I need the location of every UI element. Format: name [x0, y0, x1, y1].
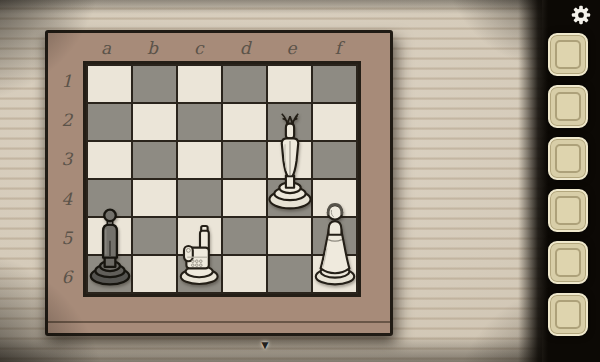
piece-dark-man[interactable] — [87, 200, 133, 286]
file-label-c: c — [176, 34, 222, 61]
inventory-slot-6[interactable] — [548, 293, 588, 336]
square-d4[interactable] — [223, 180, 266, 216]
square-d3[interactable] — [223, 142, 266, 178]
square-a6[interactable] — [88, 256, 131, 292]
square-e6[interactable] — [268, 256, 311, 292]
inventory-slot-inner — [555, 248, 581, 277]
inventory-panel — [518, 0, 600, 362]
square-b2[interactable] — [133, 104, 176, 140]
settings-gear-icon[interactable] — [570, 4, 592, 26]
square-d5[interactable] — [223, 218, 266, 254]
frame-ledge-line — [48, 321, 390, 323]
inventory-slot-3[interactable] — [548, 137, 588, 180]
inventory-slot-4[interactable] — [548, 189, 588, 232]
rank-label-3: 3 — [51, 140, 83, 179]
file-label-f: f — [315, 34, 361, 61]
inventory-slot-inner — [555, 196, 581, 225]
inventory-slot-inner — [555, 92, 581, 121]
square-d2[interactable] — [223, 104, 266, 140]
square-b4[interactable] — [133, 180, 176, 216]
square-f1[interactable] — [313, 66, 356, 102]
square-b5[interactable] — [133, 218, 176, 254]
square-e5[interactable] — [268, 218, 311, 254]
piece-armchair[interactable] — [176, 222, 224, 286]
square-c3[interactable] — [178, 142, 221, 178]
inventory-slot-2[interactable] — [548, 85, 588, 128]
inventory-slot-inner — [555, 40, 581, 69]
file-label-a: a — [83, 34, 129, 61]
piece-woman[interactable] — [311, 196, 359, 286]
inventory-slot-5[interactable] — [548, 241, 588, 284]
rank-labels: 123456 — [51, 61, 83, 297]
piece-deer-figure[interactable] — [265, 108, 315, 210]
rank-label-5: 5 — [51, 218, 83, 257]
rank-label-1: 1 — [51, 61, 83, 100]
rank-label-2: 2 — [51, 100, 83, 139]
square-c1[interactable] — [178, 66, 221, 102]
inventory-slot-inner — [555, 144, 581, 173]
square-a1[interactable] — [88, 66, 131, 102]
file-label-b: b — [129, 34, 175, 61]
square-b1[interactable] — [133, 66, 176, 102]
rank-label-6: 6 — [51, 258, 83, 297]
square-d1[interactable] — [223, 66, 266, 102]
down-arrow-button[interactable]: ▼ — [248, 336, 282, 354]
file-labels: abcdef — [83, 34, 361, 61]
chess-board-frame: abcdef 123456 — [45, 30, 393, 336]
square-f3[interactable] — [313, 142, 356, 178]
square-a3[interactable] — [88, 142, 131, 178]
inventory-slot-inner — [555, 300, 581, 329]
square-f6[interactable] — [313, 256, 356, 292]
square-b3[interactable] — [133, 142, 176, 178]
game-scene: abcdef 123456 — [0, 0, 600, 362]
square-c2[interactable] — [178, 104, 221, 140]
inventory-slot-1[interactable] — [548, 33, 588, 76]
chess-board[interactable] — [83, 61, 361, 297]
rank-label-4: 4 — [51, 179, 83, 218]
square-b6[interactable] — [133, 256, 176, 292]
square-a2[interactable] — [88, 104, 131, 140]
square-d6[interactable] — [223, 256, 266, 292]
square-e4[interactable] — [268, 180, 311, 216]
square-e1[interactable] — [268, 66, 311, 102]
square-c4[interactable] — [178, 180, 221, 216]
square-f2[interactable] — [313, 104, 356, 140]
square-c6[interactable] — [178, 256, 221, 292]
file-label-d: d — [222, 34, 268, 61]
file-label-e: e — [268, 34, 314, 61]
